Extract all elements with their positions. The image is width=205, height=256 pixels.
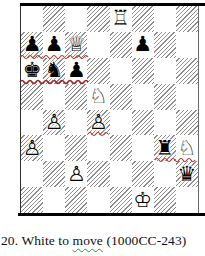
square-a3: ♙ [21, 135, 43, 161]
caption-suffix: (1000CC-243) [103, 233, 186, 248]
piece-white-knight: ♘ [178, 138, 197, 159]
square-g5 [154, 84, 176, 110]
square-h4 [176, 110, 198, 136]
square-d8 [87, 6, 109, 32]
square-b5 [43, 84, 65, 110]
square-c1 [65, 187, 87, 213]
square-d7 [87, 32, 109, 58]
square-a8 [21, 6, 43, 32]
chess-board: ♖♟♟♕♟♚♞♟♘♙♙♙♜♘♙♛♔ [20, 6, 199, 213]
square-h2: ♛ [176, 161, 198, 187]
square-d3 [87, 135, 109, 161]
square-e1 [110, 187, 132, 213]
diagram-page: ♖♟♟♕♟♚♞♟♘♙♙♙♜♘♙♛♔ 20. White to move (100… [0, 0, 205, 256]
square-b1 [43, 187, 65, 213]
square-g2 [154, 161, 176, 187]
square-e3 [110, 135, 132, 161]
square-g1 [154, 187, 176, 213]
square-h1 [176, 187, 198, 213]
square-f7: ♟ [132, 32, 154, 58]
square-d2 [87, 161, 109, 187]
piece-white-pawn: ♙ [67, 164, 86, 185]
square-e2 [110, 161, 132, 187]
square-b2 [43, 161, 65, 187]
board-bottom-rule [18, 213, 205, 216]
square-c3 [65, 135, 87, 161]
square-b3 [43, 135, 65, 161]
caption-word-move: move [73, 233, 103, 248]
square-d5: ♘ [87, 84, 109, 110]
spellcheck-squiggle [155, 157, 201, 162]
piece-white-queen: ♕ [67, 34, 86, 55]
piece-white-pawn: ♙ [45, 112, 64, 133]
square-h7 [176, 32, 198, 58]
square-c8 [65, 6, 87, 32]
square-h6 [176, 58, 198, 84]
piece-white-king: ♔ [133, 190, 152, 211]
square-f2 [132, 161, 154, 187]
piece-white-knight: ♘ [89, 86, 108, 107]
square-f1: ♔ [132, 187, 154, 213]
square-d6 [87, 58, 109, 84]
square-a1 [21, 187, 43, 213]
square-h8 [176, 6, 198, 32]
spellcheck-squiggle [20, 79, 90, 84]
square-b4: ♙ [43, 110, 65, 136]
piece-black-queen: ♛ [178, 164, 197, 185]
square-b8 [43, 6, 65, 32]
square-f6 [132, 58, 154, 84]
square-g7 [154, 32, 176, 58]
square-c2: ♙ [65, 161, 87, 187]
diagram-caption: 20. White to move (1000CC-243) [1, 233, 186, 249]
piece-black-pawn: ♟ [45, 34, 64, 55]
square-f8 [132, 6, 154, 32]
square-d1 [87, 187, 109, 213]
square-e6 [110, 58, 132, 84]
square-g6 [154, 58, 176, 84]
square-g4 [154, 110, 176, 136]
square-e7 [110, 32, 132, 58]
piece-black-rook: ♜ [155, 138, 174, 159]
square-f4 [132, 110, 154, 136]
piece-white-rook: ♖ [111, 8, 130, 29]
piece-white-pawn: ♙ [23, 138, 42, 159]
square-f5 [132, 84, 154, 110]
square-h5 [176, 84, 198, 110]
square-c4 [65, 110, 87, 136]
square-e5 [110, 84, 132, 110]
piece-black-pawn: ♟ [23, 34, 42, 55]
spellcheck-squiggle [20, 54, 90, 59]
spellcheck-squiggle [88, 131, 113, 136]
square-a2 [21, 161, 43, 187]
square-c5 [65, 84, 87, 110]
square-e8: ♖ [110, 6, 132, 32]
square-a4 [21, 110, 43, 136]
piece-black-pawn: ♟ [133, 34, 152, 55]
square-g8 [154, 6, 176, 32]
square-f3 [132, 135, 154, 161]
caption-prefix: 20. White to [1, 233, 73, 248]
square-a5 [21, 84, 43, 110]
piece-white-pawn: ♙ [89, 112, 108, 133]
